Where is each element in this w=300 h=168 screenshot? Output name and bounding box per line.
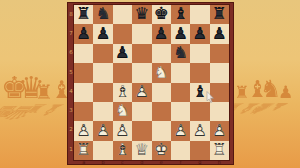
- square-b5[interactable]: [93, 63, 112, 82]
- square-f5[interactable]: [171, 63, 190, 82]
- square-f7[interactable]: ♟♙: [171, 24, 190, 43]
- white-pawn[interactable]: ♟♙: [113, 121, 132, 140]
- square-e6[interactable]: [152, 44, 171, 63]
- white-pawn[interactable]: ♟♙: [74, 121, 93, 140]
- white-knight[interactable]: ♞♘: [152, 63, 171, 82]
- white-rook[interactable]: ♜♖: [74, 141, 93, 160]
- black-pawn[interactable]: ♟♙: [93, 24, 112, 43]
- black-pawn[interactable]: ♟♙: [113, 44, 132, 63]
- square-a4[interactable]: [74, 83, 93, 102]
- square-g5[interactable]: [190, 63, 209, 82]
- pawn-silhouette-icon: ♟♟: [278, 84, 293, 101]
- square-c8[interactable]: [113, 5, 132, 24]
- square-a1[interactable]: ♜♖: [74, 141, 93, 160]
- mouse-cursor-icon: [206, 89, 215, 108]
- white-queen[interactable]: ♛♕: [132, 141, 151, 160]
- square-f2[interactable]: ♟♙: [171, 121, 190, 140]
- square-c4[interactable]: ♝♗: [113, 83, 132, 102]
- white-king[interactable]: ♚♔: [152, 141, 171, 160]
- square-f4[interactable]: [171, 83, 190, 102]
- square-e2[interactable]: [152, 121, 171, 140]
- square-c6[interactable]: ♟♙: [113, 44, 132, 63]
- square-a2[interactable]: ♟♙: [74, 121, 93, 140]
- square-b4[interactable]: [93, 83, 112, 102]
- square-a3[interactable]: [74, 102, 93, 121]
- square-e3[interactable]: [152, 102, 171, 121]
- square-c3[interactable]: ♞♘: [113, 102, 132, 121]
- black-pawn[interactable]: ♟♙: [152, 24, 171, 43]
- board-squares: ♜♖♞♘♛♕♚♔♝♗♜♖♟♙♟♙♟♙♟♙♟♙♟♙♟♙♞♘♞♘♝♗♟♙♝♗♞♘♟♙…: [74, 5, 229, 160]
- square-g6[interactable]: [190, 44, 209, 63]
- square-g8[interactable]: [190, 5, 209, 24]
- square-e5[interactable]: ♞♘: [152, 63, 171, 82]
- square-e8[interactable]: ♚♔: [152, 5, 171, 24]
- square-f1[interactable]: [171, 141, 190, 160]
- black-knight[interactable]: ♞♘: [171, 44, 190, 63]
- square-b6[interactable]: [93, 44, 112, 63]
- black-pawn[interactable]: ♟♙: [190, 24, 209, 43]
- square-e1[interactable]: ♚♔: [152, 141, 171, 160]
- black-rook[interactable]: ♜♖: [74, 5, 93, 24]
- square-b1[interactable]: [93, 141, 112, 160]
- black-pawn[interactable]: ♟♙: [74, 24, 93, 43]
- white-knight[interactable]: ♞♘: [113, 102, 132, 121]
- black-queen[interactable]: ♛♕: [132, 5, 151, 24]
- square-h6[interactable]: [210, 44, 229, 63]
- black-king[interactable]: ♚♔: [152, 5, 171, 24]
- square-d4[interactable]: ♟♙: [132, 83, 151, 102]
- square-e4[interactable]: [152, 83, 171, 102]
- black-bishop[interactable]: ♝♗: [171, 5, 190, 24]
- square-g7[interactable]: ♟♙: [190, 24, 209, 43]
- square-g2[interactable]: ♟♙: [190, 121, 209, 140]
- square-c2[interactable]: ♟♙: [113, 121, 132, 140]
- square-b2[interactable]: ♟♙: [93, 121, 112, 140]
- white-pawn[interactable]: ♟♙: [93, 121, 112, 140]
- chess-app-canvas: ♚♚♛♛♜♜♝♝♜♜♝♝♞♞♟♟ 87654321 abcdefgh ♜♖♞♘♛…: [0, 0, 300, 168]
- white-pawn[interactable]: ♟♙: [190, 121, 209, 140]
- square-f3[interactable]: [171, 102, 190, 121]
- black-rook[interactable]: ♜♖: [210, 5, 229, 24]
- white-pawn[interactable]: ♟♙: [132, 83, 151, 102]
- white-pawn[interactable]: ♟♙: [171, 121, 190, 140]
- square-d8[interactable]: ♛♕: [132, 5, 151, 24]
- square-e7[interactable]: ♟♙: [152, 24, 171, 43]
- chessboard: 87654321 abcdefgh ♜♖♞♘♛♕♚♔♝♗♜♖♟♙♟♙♟♙♟♙♟♙…: [67, 2, 234, 165]
- square-f8[interactable]: ♝♗: [171, 5, 190, 24]
- square-d3[interactable]: [132, 102, 151, 121]
- square-h5[interactable]: [210, 63, 229, 82]
- square-g1[interactable]: [190, 141, 209, 160]
- square-d7[interactable]: [132, 24, 151, 43]
- square-b7[interactable]: ♟♙: [93, 24, 112, 43]
- square-d2[interactable]: [132, 121, 151, 140]
- square-a6[interactable]: [74, 44, 93, 63]
- square-d5[interactable]: [132, 63, 151, 82]
- square-h8[interactable]: ♜♖: [210, 5, 229, 24]
- white-bishop[interactable]: ♝♗: [113, 83, 132, 102]
- square-a5[interactable]: [74, 63, 93, 82]
- square-d1[interactable]: ♛♕: [132, 141, 151, 160]
- square-f6[interactable]: ♞♘: [171, 44, 190, 63]
- square-a8[interactable]: ♜♖: [74, 5, 93, 24]
- white-rook[interactable]: ♜♖: [210, 141, 229, 160]
- square-d6[interactable]: [132, 44, 151, 63]
- square-c7[interactable]: [113, 24, 132, 43]
- square-c1[interactable]: ♝♗: [113, 141, 132, 160]
- white-pawn[interactable]: ♟♙: [210, 121, 229, 140]
- square-b3[interactable]: [93, 102, 112, 121]
- square-a7[interactable]: ♟♙: [74, 24, 93, 43]
- square-h1[interactable]: ♜♖: [210, 141, 229, 160]
- black-pawn[interactable]: ♟♙: [210, 24, 229, 43]
- square-h7[interactable]: ♟♙: [210, 24, 229, 43]
- black-pawn[interactable]: ♟♙: [171, 24, 190, 43]
- white-bishop[interactable]: ♝♗: [113, 141, 132, 160]
- black-knight[interactable]: ♞♘: [93, 5, 112, 24]
- square-c5[interactable]: [113, 63, 132, 82]
- square-h2[interactable]: ♟♙: [210, 121, 229, 140]
- square-b8[interactable]: ♞♘: [93, 5, 112, 24]
